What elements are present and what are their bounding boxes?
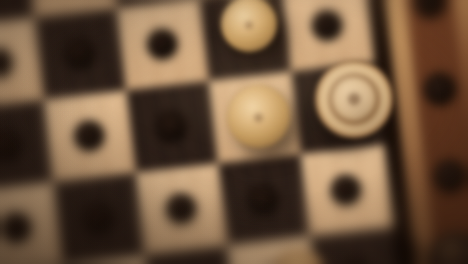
vignette-overlay <box>0 0 468 264</box>
photo-frame <box>0 0 468 264</box>
